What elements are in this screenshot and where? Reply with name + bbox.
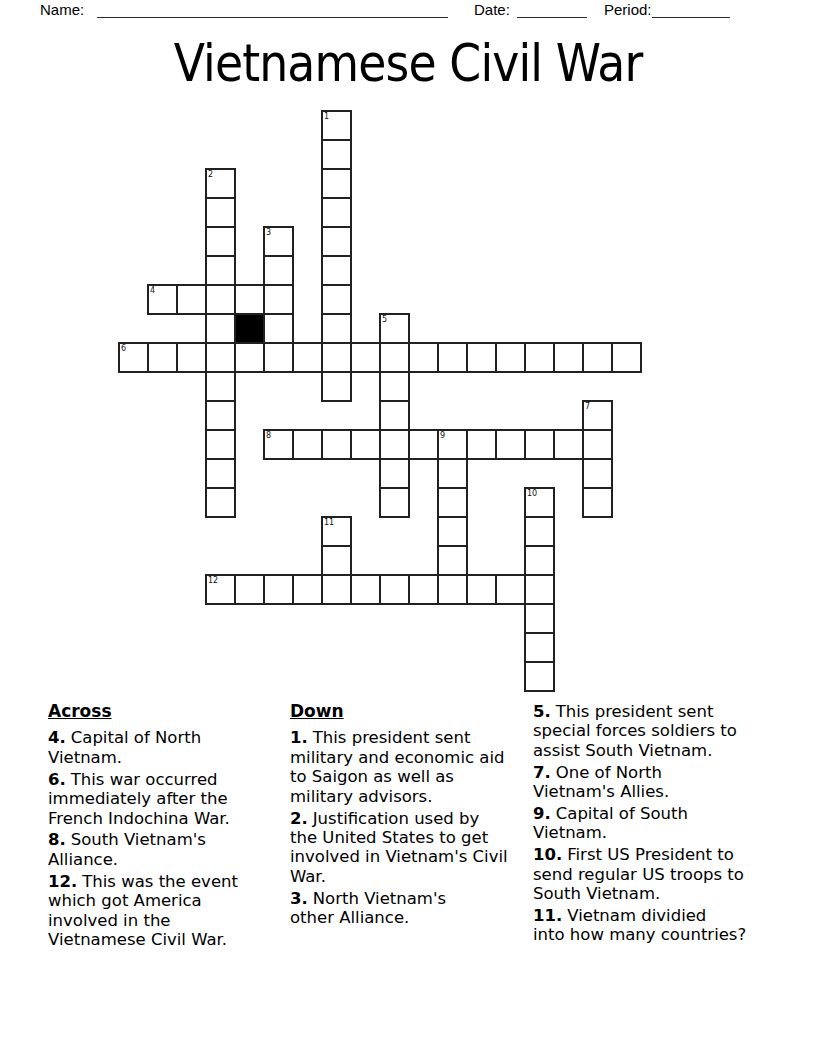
grid-cell[interactable] [437, 516, 468, 547]
grid-cell[interactable] [379, 574, 410, 605]
clue-number: 5. [533, 702, 551, 721]
clue-7: 7.One of North Vietnam's Allies. [533, 763, 785, 802]
clue-4: 4.Capital of North Vietnam. [48, 728, 300, 767]
period-label: Period: [604, 1, 652, 18]
grid-cell[interactable] [553, 429, 584, 460]
grid-cell[interactable] [292, 574, 323, 605]
name-label: Name: [40, 1, 84, 18]
grid-cell[interactable] [524, 574, 555, 605]
clue-text: Vietnam dividied into how many countries… [533, 906, 746, 944]
clue-12: 12.This was the event which got America … [48, 872, 300, 950]
grid-cell[interactable] [321, 255, 352, 286]
grid-cell[interactable] [292, 342, 323, 373]
grid-cell[interactable] [524, 342, 555, 373]
clue-number: 12. [48, 872, 77, 891]
clue-text: This war occurred immediately after the … [48, 770, 230, 828]
grid-cell[interactable] [408, 429, 439, 460]
cell-number: 5 [382, 316, 387, 324]
period-input-line[interactable] [652, 17, 730, 18]
clue-6: 6.This war occurred immediately after th… [48, 770, 300, 828]
grid-cell[interactable] [321, 429, 352, 460]
grid-cell[interactable] [321, 168, 352, 199]
cell-number: 9 [440, 432, 445, 440]
cell-number: 12 [208, 577, 218, 585]
clue-number: 6. [48, 770, 66, 789]
down-heading: Down [290, 702, 542, 721]
grid-cell[interactable] [205, 429, 236, 460]
grid-cell[interactable] [524, 632, 555, 663]
grid-cell[interactable] [582, 487, 613, 518]
grid-cell[interactable] [321, 226, 352, 257]
grid-cell[interactable] [147, 342, 178, 373]
clue-1: 1.This president sent military and econo… [290, 728, 542, 806]
grid-cell[interactable] [205, 197, 236, 228]
grid-cell[interactable] [321, 342, 352, 373]
clue-number: 4. [48, 728, 66, 747]
clue-number: 2. [290, 809, 308, 828]
grid-cell[interactable] [379, 458, 410, 489]
clue-3: 3.North Vietnam's other Alliance. [290, 889, 542, 928]
grid-cell[interactable] [495, 429, 526, 460]
grid-cell[interactable] [205, 313, 236, 344]
cell-number: 8 [266, 432, 271, 440]
crossword-grid: 123456789101112 [118, 110, 642, 692]
cell-number: 1 [324, 113, 329, 121]
grid-cell[interactable] [263, 342, 294, 373]
grid-cell[interactable] [466, 429, 497, 460]
clues-down-continued-column: 5.This president sent special forces sol… [533, 702, 785, 947]
black-cell [234, 313, 265, 344]
grid-cell[interactable] [263, 574, 294, 605]
cell-number: 7 [585, 403, 590, 411]
cell-number: 6 [121, 345, 126, 353]
clue-5: 5.This president sent special forces sol… [533, 702, 785, 760]
grid-cell[interactable] [437, 458, 468, 489]
cell-number: 4 [150, 287, 155, 295]
grid-cell[interactable] [350, 342, 381, 373]
grid-cell[interactable] [205, 284, 236, 315]
grid-cell[interactable] [582, 458, 613, 489]
grid-cell[interactable] [234, 342, 265, 373]
grid-cell[interactable] [205, 371, 236, 402]
grid-cell[interactable] [205, 400, 236, 431]
grid-cell[interactable] [205, 255, 236, 286]
grid-cell[interactable] [321, 371, 352, 402]
puzzle-title: Vietnamese Civil War [49, 33, 767, 93]
clue-text: One of North Vietnam's Allies. [533, 763, 669, 801]
grid-cell[interactable] [495, 574, 526, 605]
clue-8: 8.South Vietnam's Alliance. [48, 830, 300, 869]
clue-9: 9.Capital of South Vietnam. [533, 804, 785, 843]
grid-cell[interactable] [524, 661, 555, 692]
grid-cell[interactable] [524, 516, 555, 547]
clues-down-column: Down1.This president sent military and e… [290, 702, 542, 930]
grid-cell[interactable] [205, 487, 236, 518]
grid-cell[interactable] [321, 545, 352, 576]
grid-cell[interactable] [437, 574, 468, 605]
grid-cell[interactable] [379, 400, 410, 431]
grid-cell[interactable] [205, 458, 236, 489]
cell-number: 3 [266, 229, 271, 237]
grid-cell[interactable] [350, 429, 381, 460]
grid-cell[interactable] [176, 342, 207, 373]
cell-number: 10 [527, 490, 537, 498]
clue-11: 11.Vietnam dividied into how many countr… [533, 906, 785, 945]
clue-number: 1. [290, 728, 308, 747]
grid-cell[interactable] [321, 197, 352, 228]
grid-cell[interactable] [524, 545, 555, 576]
clue-2: 2.Justification used by the United State… [290, 809, 542, 887]
grid-cell[interactable] [234, 284, 265, 315]
clue-number: 9. [533, 804, 551, 823]
grid-cell[interactable] [263, 255, 294, 286]
grid-cell[interactable] [350, 574, 381, 605]
grid-cell[interactable] [321, 313, 352, 344]
grid-cell[interactable] [321, 574, 352, 605]
date-input-line[interactable] [517, 17, 587, 18]
clue-text: Justification used by the United States … [290, 809, 508, 886]
clue-number: 10. [533, 845, 562, 864]
grid-cell[interactable] [408, 574, 439, 605]
clue-text: Capital of South Vietnam. [533, 804, 688, 842]
grid-cell[interactable] [379, 487, 410, 518]
grid-cell[interactable] [263, 313, 294, 344]
grid-cell[interactable] [611, 342, 642, 373]
clues-across-column: Across4.Capital of North Vietnam.6.This … [48, 702, 300, 952]
clue-number: 8. [48, 830, 66, 849]
grid-cell[interactable] [437, 545, 468, 576]
clue-text: This president sent military and economi… [290, 728, 505, 805]
clue-text: This president sent special forces soldi… [533, 702, 737, 760]
grid-cell[interactable] [437, 487, 468, 518]
clue-text: North Vietnam's other Alliance. [290, 889, 446, 927]
cell-number: 11 [324, 519, 334, 527]
clue-text: Capital of North Vietnam. [48, 728, 201, 766]
cell-number: 2 [208, 171, 213, 179]
grid-cell[interactable] [234, 574, 265, 605]
grid-cell[interactable] [205, 342, 236, 373]
grid-cell[interactable] [263, 284, 294, 315]
date-label: Date: [474, 1, 510, 18]
name-input-line[interactable] [97, 17, 448, 18]
clue-number: 11. [533, 906, 562, 925]
grid-cell[interactable] [379, 371, 410, 402]
across-heading: Across [48, 702, 300, 721]
grid-cell[interactable] [437, 342, 468, 373]
grid-cell[interactable] [524, 429, 555, 460]
grid-cell[interactable] [466, 574, 497, 605]
grid-cell[interactable] [495, 342, 526, 373]
clue-10: 10.First US President to send regular US… [533, 845, 785, 903]
grid-cell[interactable] [524, 603, 555, 634]
grid-cell[interactable] [408, 342, 439, 373]
grid-cell[interactable] [292, 429, 323, 460]
grid-cell[interactable] [321, 139, 352, 170]
grid-cell[interactable] [553, 342, 584, 373]
grid-cell[interactable] [466, 342, 497, 373]
clue-number: 7. [533, 763, 551, 782]
grid-cell[interactable] [582, 342, 613, 373]
grid-cell[interactable] [321, 284, 352, 315]
grid-cell[interactable] [205, 226, 236, 257]
clue-number: 3. [290, 889, 308, 908]
clue-text: First US President to send regular US tr… [533, 845, 744, 903]
grid-cell[interactable] [379, 342, 410, 373]
grid-cell[interactable] [582, 429, 613, 460]
grid-cell[interactable] [176, 284, 207, 315]
clue-text: South Vietnam's Alliance. [48, 830, 206, 868]
grid-cell[interactable] [379, 429, 410, 460]
